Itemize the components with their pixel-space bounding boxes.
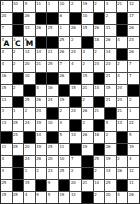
code-number: 24 xyxy=(48,97,53,102)
cell-r5c4[interactable]: 14 xyxy=(36,49,47,60)
code-number: 1 xyxy=(129,108,131,113)
cell-r12c7[interactable]: 14 xyxy=(70,132,81,143)
block-r5c11 xyxy=(117,49,128,60)
code-number: 18 xyxy=(94,132,99,137)
cell-r17c7[interactable]: 12 xyxy=(70,192,81,203)
cell-r17c11[interactable]: 4 xyxy=(117,192,128,203)
cell-r7c12[interactable]: 7 xyxy=(128,73,139,84)
code-number: 11 xyxy=(36,1,41,6)
code-number: 7 xyxy=(129,73,131,78)
cell-r12c9[interactable]: 18 xyxy=(94,132,105,143)
code-number: 14 xyxy=(94,180,99,185)
cell-r17c2[interactable]: 25 xyxy=(13,192,24,203)
code-number: 24 xyxy=(71,49,76,54)
cell-r17c12[interactable]: 26 xyxy=(128,192,139,203)
code-number: 5 xyxy=(129,132,131,137)
cell-r1c4[interactable]: 11 xyxy=(36,1,47,12)
block-r2c2 xyxy=(13,13,24,24)
cell-r6c8[interactable]: 2 xyxy=(82,61,93,72)
cell-r5c12[interactable]: 26 xyxy=(128,49,139,60)
cell-r10c3[interactable]: 2 xyxy=(24,108,35,119)
cell-r16c3[interactable]: 15 xyxy=(24,180,35,191)
code-number: 26 xyxy=(59,49,64,54)
block-r14c8 xyxy=(82,156,93,167)
code-number: 4 xyxy=(25,192,27,197)
cell-r13c5[interactable]: 25 xyxy=(47,144,58,155)
code-number: 15 xyxy=(83,73,88,78)
cell-r12c10[interactable]: 2 xyxy=(105,132,116,143)
block-r8c6 xyxy=(59,85,70,96)
cell-r6c2[interactable]: 2 xyxy=(13,61,24,72)
cell-r4c7[interactable]: 2 xyxy=(70,37,81,48)
block-r8c12 xyxy=(128,85,139,96)
block-r11c7 xyxy=(70,120,81,131)
block-r3c11 xyxy=(117,25,128,36)
code-number: 2 xyxy=(94,1,96,6)
cell-r11c1[interactable]: 13 xyxy=(1,120,12,131)
codeword-grid: 1105111102192321122026610217713262512615… xyxy=(0,0,140,204)
block-r2c7 xyxy=(70,13,81,24)
cell-r17c10[interactable]: 20 xyxy=(105,192,116,203)
cell-r11c11[interactable]: 14 xyxy=(117,120,128,131)
cell-r10c7[interactable]: 24 xyxy=(70,108,81,119)
code-number: 25 xyxy=(48,144,53,149)
code-number: 14 xyxy=(94,85,99,90)
cell-r12c2[interactable]: 24 xyxy=(13,132,24,143)
cell-r13c8[interactable]: 19 xyxy=(82,144,93,155)
block-r9c9 xyxy=(94,97,105,108)
cell-r1c2[interactable]: 10 xyxy=(13,1,24,12)
cell-r5c9[interactable]: 2 xyxy=(94,49,105,60)
cell-r6c3[interactable]: 20 xyxy=(24,61,35,72)
cell-r1c6[interactable]: 10 xyxy=(59,1,70,12)
cell-r6c10[interactable]: 23 xyxy=(105,61,116,72)
cell-r4c2[interactable]: 3C xyxy=(13,37,24,48)
code-number: 21 xyxy=(106,97,111,102)
given-letter: A xyxy=(1,40,12,48)
block-r11c9 xyxy=(94,120,105,131)
code-number: 12 xyxy=(129,1,134,6)
cell-r4c1[interactable]: 4A xyxy=(1,37,12,48)
block-r7c4 xyxy=(36,73,47,84)
code-number: 1 xyxy=(59,25,61,30)
cell-r5c10[interactable]: 14 xyxy=(105,49,116,60)
cell-r3c4[interactable]: 26 xyxy=(36,25,47,36)
cell-r10c9[interactable]: 21 xyxy=(94,108,105,119)
code-number: 14 xyxy=(106,168,111,173)
cell-r16c10[interactable]: 25 xyxy=(105,180,116,191)
block-r7c7 xyxy=(70,73,81,84)
cell-r7c10[interactable]: 21 xyxy=(105,73,116,84)
code-number: 21 xyxy=(36,61,41,66)
code-number: 4 xyxy=(2,156,4,161)
code-number: 2 xyxy=(117,61,119,66)
cell-r15c6[interactable]: 25 xyxy=(59,168,70,179)
block-r12c5 xyxy=(47,132,58,143)
code-number: 22 xyxy=(129,120,134,125)
code-number: 15 xyxy=(106,85,111,90)
cell-r11c8[interactable]: 2 xyxy=(82,120,93,131)
cell-r10c1[interactable]: 3 xyxy=(1,108,12,119)
cell-r15c5[interactable]: 23 xyxy=(47,168,58,179)
cell-r2c8[interactable]: 10 xyxy=(82,13,93,24)
code-number: 11 xyxy=(2,144,7,149)
cell-r9c12[interactable]: 2 xyxy=(128,97,139,108)
cell-r2c6[interactable]: 6 xyxy=(59,13,70,24)
cell-r14c7[interactable]: 7 xyxy=(70,156,81,167)
code-number: 10 xyxy=(59,156,64,161)
code-number: 5 xyxy=(59,132,61,137)
cell-r14c11[interactable]: 2 xyxy=(117,156,128,167)
cell-r10c6[interactable]: 2 xyxy=(59,108,70,119)
cell-r4c3[interactable]: 6M xyxy=(24,37,35,48)
cell-r6c1[interactable]: 4 xyxy=(1,61,12,72)
cell-r8c4[interactable]: 4 xyxy=(36,85,47,96)
cell-r14c4[interactable]: 26 xyxy=(36,156,47,167)
cell-r11c4[interactable]: 19 xyxy=(36,120,47,131)
cell-r15c1[interactable]: 4 xyxy=(1,168,12,179)
code-number: 26 xyxy=(117,168,122,173)
code-number: 17 xyxy=(129,13,134,18)
code-number: 20 xyxy=(25,144,30,149)
code-number: 19 xyxy=(106,156,111,161)
cell-r11c6[interactable]: 4 xyxy=(59,120,70,131)
code-number: 3 xyxy=(106,1,108,6)
cell-r4c10[interactable]: 26 xyxy=(105,37,116,48)
code-number: 2 xyxy=(106,132,108,137)
cell-r16c7[interactable]: 20 xyxy=(70,180,81,191)
code-number: 4 xyxy=(36,85,38,90)
cell-r8c7[interactable]: 15 xyxy=(70,85,81,96)
cell-r13c10[interactable]: 26 xyxy=(105,144,116,155)
cell-r6c5[interactable]: 25 xyxy=(47,61,58,72)
cell-r1c3[interactable]: 5 xyxy=(24,1,35,12)
cell-r4c12[interactable]: 23 xyxy=(128,37,139,48)
cell-r11c12[interactable]: 22 xyxy=(128,120,139,131)
cell-r6c6[interactable]: 7 xyxy=(59,61,70,72)
cell-r9c6[interactable]: 19 xyxy=(59,97,70,108)
code-number: 5 xyxy=(106,120,108,125)
block-r8c3 xyxy=(24,85,35,96)
cell-r1c7[interactable]: 2 xyxy=(70,1,81,12)
code-number: 6 xyxy=(59,13,61,18)
block-r16c6 xyxy=(59,180,70,191)
code-number: 21 xyxy=(83,180,88,185)
code-number: 2 xyxy=(36,168,38,173)
cell-r5c1[interactable]: 4 xyxy=(1,49,12,60)
cell-r16c1[interactable]: 25 xyxy=(1,180,12,191)
cell-r6c11[interactable]: 2 xyxy=(117,61,128,72)
block-r12c1 xyxy=(1,132,12,143)
cell-r16c9[interactable]: 14 xyxy=(94,180,105,191)
cell-r9c8[interactable]: 2 xyxy=(82,97,93,108)
cell-r1c8[interactable]: 19 xyxy=(82,1,93,12)
cell-r2c1[interactable]: 20 xyxy=(1,13,12,24)
code-number: 19 xyxy=(83,1,88,6)
cell-r15c9[interactable]: 2 xyxy=(94,168,105,179)
cell-r7c6[interactable]: 26 xyxy=(59,73,70,84)
code-number: 25 xyxy=(13,120,18,125)
code-number: 18 xyxy=(94,37,99,42)
block-r15c2 xyxy=(13,168,24,179)
cell-r17c4[interactable]: 9 xyxy=(36,192,47,203)
code-number: 25 xyxy=(13,192,18,197)
code-number: 2 xyxy=(94,192,96,197)
given-letter: C xyxy=(13,40,24,48)
cell-r16c5[interactable]: 9 xyxy=(47,180,58,191)
code-number: 25 xyxy=(2,180,7,185)
code-number: 4 xyxy=(71,61,73,66)
cell-r3c12[interactable]: 26 xyxy=(128,25,139,36)
code-number: 2 xyxy=(106,13,108,18)
code-number: 16 xyxy=(48,85,53,90)
cell-r15c3[interactable]: 1 xyxy=(24,168,35,179)
code-number: 2 xyxy=(13,85,15,90)
cell-r4c6[interactable]: 25 xyxy=(59,37,70,48)
cell-r11c3[interactable]: 24 xyxy=(24,120,35,131)
cell-r15c7[interactable]: 2 xyxy=(70,168,81,179)
block-r10c5 xyxy=(47,108,58,119)
code-number: 9 xyxy=(48,180,50,185)
code-number: 25 xyxy=(25,97,30,102)
block-r16c4 xyxy=(36,180,47,191)
code-number: 25 xyxy=(94,156,99,161)
block-r7c5 xyxy=(47,73,58,84)
cell-r10c2[interactable]: 1 xyxy=(13,108,24,119)
code-number: 15 xyxy=(25,180,30,185)
cell-r2c12[interactable]: 17 xyxy=(128,13,139,24)
code-number: 12 xyxy=(71,192,76,197)
cell-r14c3[interactable]: 24 xyxy=(24,156,35,167)
code-number: 2 xyxy=(71,1,73,6)
cell-r9c10[interactable]: 21 xyxy=(105,97,116,108)
cell-r13c6[interactable]: 11 xyxy=(59,144,70,155)
cell-r10c11[interactable]: 21 xyxy=(117,108,128,119)
code-number: 14 xyxy=(71,132,76,137)
code-number: 10 xyxy=(48,120,53,125)
cell-r9c4[interactable]: 26 xyxy=(36,97,47,108)
cell-r7c11[interactable]: 4 xyxy=(117,73,128,84)
block-r7c9 xyxy=(94,73,105,84)
code-number: 25 xyxy=(59,37,64,42)
cell-r3c6[interactable]: 1 xyxy=(59,25,70,36)
code-number: 19 xyxy=(36,144,41,149)
cell-r12c4[interactable]: 14 xyxy=(36,132,47,143)
cell-r15c4[interactable]: 2 xyxy=(36,168,47,179)
cell-r1c11[interactable]: 21 xyxy=(117,1,128,12)
code-number: 13 xyxy=(2,97,7,102)
cell-r14c12[interactable]: 4 xyxy=(128,156,139,167)
code-number: 23 xyxy=(129,37,134,42)
cell-r5c6[interactable]: 26 xyxy=(59,49,70,60)
code-number: 11 xyxy=(129,180,134,185)
cell-r5c2[interactable]: 2 xyxy=(13,49,24,60)
cell-r11c2[interactable]: 25 xyxy=(13,120,24,131)
code-number: 14 xyxy=(25,49,30,54)
cell-r13c4[interactable]: 19 xyxy=(36,144,47,155)
cell-r9c3[interactable]: 25 xyxy=(24,97,35,108)
cell-r1c12[interactable]: 12 xyxy=(128,1,139,12)
code-number: 19 xyxy=(59,97,64,102)
code-number: 4 xyxy=(83,49,85,54)
code-number: 19 xyxy=(129,144,134,149)
code-number: 2 xyxy=(13,49,15,54)
code-number: 19 xyxy=(36,120,41,125)
code-number: 25 xyxy=(48,61,53,66)
code-number: 2 xyxy=(71,168,73,173)
cell-r13c3[interactable]: 20 xyxy=(24,144,35,155)
cell-r12c12[interactable]: 5 xyxy=(128,132,139,143)
code-number: 2 xyxy=(94,49,96,54)
cell-r3c5[interactable]: 25 xyxy=(47,25,58,36)
cell-r13c2[interactable]: 25 xyxy=(13,144,24,155)
cell-r12c8[interactable]: 26 xyxy=(82,132,93,143)
code-number: 14 xyxy=(117,120,122,125)
cell-r7c8[interactable]: 15 xyxy=(82,73,93,84)
cell-r2c3[interactable]: 26 xyxy=(24,13,35,24)
code-number: 21 xyxy=(117,1,122,6)
cell-r17c5[interactable]: 5 xyxy=(47,192,58,203)
block-r13c7 xyxy=(70,144,81,155)
cell-r15c12[interactable]: 12 xyxy=(128,168,139,179)
cell-r14c6[interactable]: 10 xyxy=(59,156,70,167)
cell-r8c8[interactable]: 21 xyxy=(82,85,93,96)
cell-r4c11[interactable]: 4 xyxy=(117,37,128,48)
cell-r3c7[interactable]: 26 xyxy=(70,25,81,36)
code-number: 2 xyxy=(94,168,96,173)
cell-r7c3[interactable]: 10 xyxy=(24,73,35,84)
cell-r17c9[interactable]: 2 xyxy=(94,192,105,203)
cell-r12c6[interactable]: 5 xyxy=(59,132,70,143)
cell-r14c1[interactable]: 4 xyxy=(1,156,12,167)
code-number: 26 xyxy=(36,97,41,102)
code-number: 20 xyxy=(25,61,30,66)
cell-r2c10[interactable]: 2 xyxy=(105,13,116,24)
cell-r1c1[interactable]: 1 xyxy=(1,1,12,12)
code-number: 2 xyxy=(25,108,27,113)
cell-r1c9[interactable]: 2 xyxy=(94,1,105,12)
code-number: 4 xyxy=(129,156,131,161)
cell-r3c3[interactable]: 13 xyxy=(24,25,35,36)
code-number: 5 xyxy=(25,1,27,6)
code-number: 26 xyxy=(59,73,64,78)
code-number: 20 xyxy=(71,180,76,185)
block-r4c4 xyxy=(36,37,47,48)
code-number: 2 xyxy=(83,61,85,66)
code-number: 26 xyxy=(36,25,41,30)
code-number: 15 xyxy=(83,25,88,30)
code-number: 26 xyxy=(83,108,88,113)
code-number: 20 xyxy=(2,13,7,18)
block-r13c11 xyxy=(117,144,128,155)
cell-r17c6[interactable]: 19 xyxy=(59,192,70,203)
code-number: 20 xyxy=(106,192,111,197)
code-number: 10 xyxy=(13,1,18,6)
cell-r3c8[interactable]: 15 xyxy=(82,25,93,36)
cell-r6c12[interactable]: 7 xyxy=(128,61,139,72)
cell-r3c9[interactable]: 26 xyxy=(94,25,105,36)
cell-r1c5[interactable]: 1 xyxy=(47,1,58,12)
cell-r9c1[interactable]: 13 xyxy=(1,97,12,108)
code-number: 25 xyxy=(59,168,64,173)
code-number: 14 xyxy=(36,49,41,54)
cell-r4c9[interactable]: 18 xyxy=(94,37,105,48)
cell-r9c5[interactable]: 24 xyxy=(47,97,58,108)
cell-r15c10[interactable]: 14 xyxy=(105,168,116,179)
code-number: 9 xyxy=(36,192,38,197)
cell-r10c8[interactable]: 26 xyxy=(82,108,93,119)
cell-r16c8[interactable]: 21 xyxy=(82,180,93,191)
cell-r10c12[interactable]: 1 xyxy=(128,108,139,119)
cell-r8c1[interactable]: 15 xyxy=(1,85,12,96)
code-number: 2 xyxy=(59,108,61,113)
cell-r3c10[interactable]: 11 xyxy=(105,25,116,36)
cell-r15c11[interactable]: 26 xyxy=(117,168,128,179)
cell-r5c7[interactable]: 24 xyxy=(70,49,81,60)
code-number: 14 xyxy=(106,49,111,54)
cell-r8c9[interactable]: 14 xyxy=(94,85,105,96)
cell-r6c4[interactable]: 21 xyxy=(36,61,47,72)
code-number: 26 xyxy=(106,144,111,149)
cell-r13c1[interactable]: 11 xyxy=(1,144,12,155)
cell-r5c5[interactable]: 21 xyxy=(47,49,58,60)
cell-r3c1[interactable]: 7 xyxy=(1,25,12,36)
cell-r8c5[interactable]: 16 xyxy=(47,85,58,96)
cell-r16c12[interactable]: 11 xyxy=(128,180,139,191)
code-number: 26 xyxy=(71,25,76,30)
cell-r9c11[interactable]: 24 xyxy=(117,97,128,108)
code-number: 26 xyxy=(83,132,88,137)
cell-r8c10[interactable]: 15 xyxy=(105,85,116,96)
cell-r17c3[interactable]: 4 xyxy=(24,192,35,203)
cell-r13c12[interactable]: 19 xyxy=(128,144,139,155)
cell-r5c3[interactable]: 14 xyxy=(24,49,35,60)
code-number: 7 xyxy=(129,61,131,66)
cell-r5c8[interactable]: 4 xyxy=(82,49,93,60)
code-number: 4 xyxy=(117,73,119,78)
cell-r10c4[interactable]: 24 xyxy=(36,108,47,119)
cell-r6c9[interactable]: 23 xyxy=(94,61,105,72)
cell-r14c10[interactable]: 19 xyxy=(105,156,116,167)
code-number: 3 xyxy=(2,108,4,113)
cell-r11c10[interactable]: 5 xyxy=(105,120,116,131)
code-number: 11 xyxy=(106,25,111,30)
code-number: 2 xyxy=(83,97,85,102)
cell-r7c1[interactable]: 16 xyxy=(1,73,12,84)
cell-r11c5[interactable]: 10 xyxy=(47,120,58,131)
cell-r1c10[interactable]: 3 xyxy=(105,1,116,12)
block-r4c8 xyxy=(82,37,93,48)
cell-r6c7[interactable]: 4 xyxy=(70,61,81,72)
code-number: 4 xyxy=(2,61,4,66)
code-number: 26 xyxy=(129,192,134,197)
block-r13c9 xyxy=(94,144,105,155)
code-number: 13 xyxy=(25,25,30,30)
cell-r14c5[interactable]: 20 xyxy=(47,156,58,167)
code-number: 24 xyxy=(13,132,18,137)
cell-r14c9[interactable]: 25 xyxy=(94,156,105,167)
cell-r17c1[interactable]: 15 xyxy=(1,192,12,203)
code-number: 15 xyxy=(2,85,7,90)
code-number: 21 xyxy=(106,73,111,78)
cell-r8c2[interactable]: 2 xyxy=(13,85,24,96)
block-r3c2 xyxy=(13,25,24,36)
block-r2c5 xyxy=(47,13,58,24)
code-number: 26 xyxy=(129,25,134,30)
block-r2c11 xyxy=(117,13,128,24)
cell-r8c11[interactable]: 24 xyxy=(117,85,128,96)
code-number: 2 xyxy=(13,61,15,66)
